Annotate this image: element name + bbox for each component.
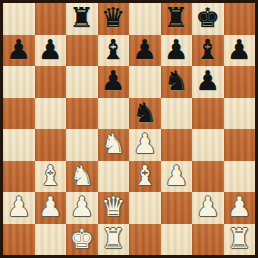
- chess-board-frame: ♜♛♜♚♟♟♝♟♟♝♟♟♞♟♞♞♟♝♞♝♟♟♟♟♛♟♟♚♜♜: [0, 0, 258, 258]
- square-d7[interactable]: ♝: [98, 35, 130, 67]
- square-h3[interactable]: [224, 161, 256, 193]
- square-c4[interactable]: [66, 129, 98, 161]
- white-knight-piece[interactable]: ♞: [98, 129, 130, 161]
- black-pawn-piece[interactable]: ♟: [129, 35, 161, 67]
- square-h6[interactable]: [224, 66, 256, 98]
- square-g5[interactable]: [192, 98, 224, 130]
- square-h7[interactable]: ♟: [224, 35, 256, 67]
- square-e4[interactable]: ♟: [129, 129, 161, 161]
- square-e1[interactable]: [129, 224, 161, 256]
- square-h2[interactable]: ♟: [224, 192, 256, 224]
- square-b3[interactable]: ♝: [35, 161, 67, 193]
- square-c7[interactable]: [66, 35, 98, 67]
- square-d8[interactable]: ♛: [98, 3, 130, 35]
- white-pawn-piece[interactable]: ♟: [66, 192, 98, 224]
- white-pawn-piece[interactable]: ♟: [3, 192, 35, 224]
- square-e3[interactable]: ♝: [129, 161, 161, 193]
- square-a4[interactable]: [3, 129, 35, 161]
- square-h4[interactable]: [224, 129, 256, 161]
- square-f4[interactable]: [161, 129, 193, 161]
- black-pawn-piece[interactable]: ♟: [161, 35, 193, 67]
- square-d2[interactable]: ♛: [98, 192, 130, 224]
- square-a5[interactable]: [3, 98, 35, 130]
- square-a1[interactable]: [3, 224, 35, 256]
- white-rook-piece[interactable]: ♜: [98, 224, 130, 256]
- square-b8[interactable]: [35, 3, 67, 35]
- square-c2[interactable]: ♟: [66, 192, 98, 224]
- white-pawn-piece[interactable]: ♟: [35, 192, 67, 224]
- square-c5[interactable]: [66, 98, 98, 130]
- white-bishop-piece[interactable]: ♝: [129, 161, 161, 193]
- square-f5[interactable]: [161, 98, 193, 130]
- black-pawn-piece[interactable]: ♟: [98, 66, 130, 98]
- square-e5[interactable]: ♞: [129, 98, 161, 130]
- black-rook-piece[interactable]: ♜: [161, 3, 193, 35]
- square-f1[interactable]: [161, 224, 193, 256]
- square-h1[interactable]: ♜: [224, 224, 256, 256]
- black-pawn-piece[interactable]: ♟: [224, 35, 256, 67]
- square-g6[interactable]: ♟: [192, 66, 224, 98]
- square-b2[interactable]: ♟: [35, 192, 67, 224]
- chess-board: ♜♛♜♚♟♟♝♟♟♝♟♟♞♟♞♞♟♝♞♝♟♟♟♟♛♟♟♚♜♜: [3, 3, 255, 255]
- square-d6[interactable]: ♟: [98, 66, 130, 98]
- white-knight-piece[interactable]: ♞: [66, 161, 98, 193]
- square-a3[interactable]: [3, 161, 35, 193]
- square-b6[interactable]: [35, 66, 67, 98]
- black-king-piece[interactable]: ♚: [192, 3, 224, 35]
- square-f7[interactable]: ♟: [161, 35, 193, 67]
- square-d5[interactable]: [98, 98, 130, 130]
- square-g1[interactable]: [192, 224, 224, 256]
- white-king-piece[interactable]: ♚: [66, 224, 98, 256]
- square-e7[interactable]: ♟: [129, 35, 161, 67]
- square-f6[interactable]: ♞: [161, 66, 193, 98]
- black-knight-piece[interactable]: ♞: [129, 98, 161, 130]
- square-g2[interactable]: ♟: [192, 192, 224, 224]
- white-bishop-piece[interactable]: ♝: [35, 161, 67, 193]
- square-b7[interactable]: ♟: [35, 35, 67, 67]
- white-rook-piece[interactable]: ♜: [224, 224, 256, 256]
- square-h5[interactable]: [224, 98, 256, 130]
- square-b5[interactable]: [35, 98, 67, 130]
- white-pawn-piece[interactable]: ♟: [192, 192, 224, 224]
- square-f2[interactable]: [161, 192, 193, 224]
- square-e2[interactable]: [129, 192, 161, 224]
- square-a7[interactable]: ♟: [3, 35, 35, 67]
- square-a6[interactable]: [3, 66, 35, 98]
- square-g3[interactable]: [192, 161, 224, 193]
- square-g8[interactable]: ♚: [192, 3, 224, 35]
- white-queen-piece[interactable]: ♛: [98, 192, 130, 224]
- square-c3[interactable]: ♞: [66, 161, 98, 193]
- black-queen-piece[interactable]: ♛: [98, 3, 130, 35]
- square-e6[interactable]: [129, 66, 161, 98]
- black-bishop-piece[interactable]: ♝: [192, 35, 224, 67]
- square-c6[interactable]: [66, 66, 98, 98]
- square-a8[interactable]: [3, 3, 35, 35]
- square-f8[interactable]: ♜: [161, 3, 193, 35]
- square-d4[interactable]: ♞: [98, 129, 130, 161]
- square-d3[interactable]: [98, 161, 130, 193]
- black-bishop-piece[interactable]: ♝: [98, 35, 130, 67]
- square-b4[interactable]: [35, 129, 67, 161]
- square-e8[interactable]: [129, 3, 161, 35]
- square-g7[interactable]: ♝: [192, 35, 224, 67]
- black-pawn-piece[interactable]: ♟: [3, 35, 35, 67]
- square-c1[interactable]: ♚: [66, 224, 98, 256]
- white-pawn-piece[interactable]: ♟: [129, 129, 161, 161]
- square-g4[interactable]: [192, 129, 224, 161]
- square-c8[interactable]: ♜: [66, 3, 98, 35]
- black-pawn-piece[interactable]: ♟: [192, 66, 224, 98]
- white-pawn-piece[interactable]: ♟: [224, 192, 256, 224]
- white-pawn-piece[interactable]: ♟: [161, 161, 193, 193]
- square-b1[interactable]: [35, 224, 67, 256]
- black-knight-piece[interactable]: ♞: [161, 66, 193, 98]
- square-f3[interactable]: ♟: [161, 161, 193, 193]
- black-pawn-piece[interactable]: ♟: [35, 35, 67, 67]
- square-h8[interactable]: [224, 3, 256, 35]
- black-rook-piece[interactable]: ♜: [66, 3, 98, 35]
- square-d1[interactable]: ♜: [98, 224, 130, 256]
- square-a2[interactable]: ♟: [3, 192, 35, 224]
